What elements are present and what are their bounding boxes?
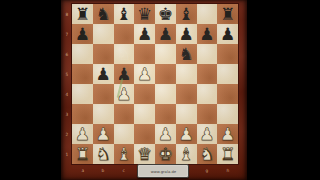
square-f3[interactable] [176, 104, 197, 124]
rank-label-8: 8 [65, 11, 68, 16]
square-d3[interactable] [134, 104, 155, 124]
square-d4[interactable] [134, 84, 155, 104]
file-label-g: g [206, 167, 209, 172]
file-label-a: a [81, 167, 84, 172]
square-a8[interactable]: ♜ [72, 4, 93, 24]
piece-white-pawn: ♟ [197, 124, 218, 144]
piece-black-king: ♚ [155, 4, 176, 24]
square-b3[interactable] [93, 104, 114, 124]
piece-black-knight: ♞ [93, 4, 114, 24]
piece-black-pawn: ♟ [114, 64, 135, 84]
square-h7[interactable]: ♟ [217, 24, 238, 44]
square-e5[interactable] [155, 64, 176, 84]
square-c6[interactable] [114, 44, 135, 64]
piece-black-pawn: ♟ [176, 24, 197, 44]
square-g1[interactable]: ♞ [197, 144, 218, 164]
piece-white-bishop: ♝ [176, 144, 197, 164]
square-e2[interactable]: ♟ [155, 124, 176, 144]
square-g3[interactable] [197, 104, 218, 124]
square-a7[interactable]: ♟ [72, 24, 93, 44]
video-letterbox: 87654321 ♜♞♝♛♚♝♜♟♟♟♟♟♟♞♟♟♟♟♟♟♟♟♟♟♜♞♝♛♚♝♞… [0, 0, 320, 180]
piece-black-bishop: ♝ [114, 4, 135, 24]
square-d8[interactable]: ♛ [134, 4, 155, 24]
square-h8[interactable]: ♜ [217, 4, 238, 24]
piece-black-pawn: ♟ [134, 24, 155, 44]
watermark-text: www.grala.de [150, 169, 175, 173]
piece-white-knight: ♞ [93, 144, 114, 164]
piece-white-queen: ♛ [134, 144, 155, 164]
square-b7[interactable] [93, 24, 114, 44]
square-g4[interactable] [197, 84, 218, 104]
piece-black-bishop: ♝ [176, 4, 197, 24]
square-b2[interactable]: ♟ [93, 124, 114, 144]
piece-white-knight: ♞ [197, 144, 218, 164]
rank-label-5: 5 [65, 71, 68, 76]
piece-white-pawn: ♟ [217, 124, 238, 144]
rank-label-7: 7 [65, 31, 68, 36]
square-c5[interactable]: ♟ [114, 64, 135, 84]
piece-black-pawn: ♟ [93, 64, 114, 84]
square-d5[interactable]: ♟ [134, 64, 155, 84]
piece-black-rook: ♜ [217, 4, 238, 24]
board-frame: 87654321 ♜♞♝♛♚♝♜♟♟♟♟♟♟♞♟♟♟♟♟♟♟♟♟♟♜♞♝♛♚♝♞… [61, 0, 247, 180]
square-f4[interactable] [176, 84, 197, 104]
rank-label-3: 3 [65, 111, 68, 116]
piece-white-pawn: ♟ [114, 84, 135, 104]
square-g6[interactable] [197, 44, 218, 64]
square-b4[interactable] [93, 84, 114, 104]
square-c7[interactable] [114, 24, 135, 44]
piece-white-rook: ♜ [217, 144, 238, 164]
square-c4[interactable]: ♟ [114, 84, 135, 104]
square-a1[interactable]: ♜ [72, 144, 93, 164]
square-e1[interactable]: ♚ [155, 144, 176, 164]
square-d1[interactable]: ♛ [134, 144, 155, 164]
piece-white-pawn: ♟ [134, 64, 155, 84]
square-b8[interactable]: ♞ [93, 4, 114, 24]
piece-black-pawn: ♟ [217, 24, 238, 44]
square-a4[interactable] [72, 84, 93, 104]
rank-coordinates: 87654321 [61, 4, 72, 164]
square-g2[interactable]: ♟ [197, 124, 218, 144]
square-e3[interactable] [155, 104, 176, 124]
square-b6[interactable] [93, 44, 114, 64]
square-e6[interactable] [155, 44, 176, 64]
square-e7[interactable]: ♟ [155, 24, 176, 44]
square-e8[interactable]: ♚ [155, 4, 176, 24]
square-f1[interactable]: ♝ [176, 144, 197, 164]
square-a5[interactable] [72, 64, 93, 84]
square-h2[interactable]: ♟ [217, 124, 238, 144]
square-d7[interactable]: ♟ [134, 24, 155, 44]
piece-white-pawn: ♟ [176, 124, 197, 144]
square-h6[interactable] [217, 44, 238, 64]
piece-black-queen: ♛ [134, 4, 155, 24]
file-label-b: b [102, 167, 105, 172]
piece-black-pawn: ♟ [72, 24, 93, 44]
square-f7[interactable]: ♟ [176, 24, 197, 44]
piece-black-pawn: ♟ [155, 24, 176, 44]
piece-white-king: ♚ [155, 144, 176, 164]
rank-label-2: 2 [65, 131, 68, 136]
square-h5[interactable] [217, 64, 238, 84]
square-h3[interactable] [217, 104, 238, 124]
board: ♜♞♝♛♚♝♜♟♟♟♟♟♟♞♟♟♟♟♟♟♟♟♟♟♜♞♝♛♚♝♞♜♘ [72, 4, 238, 164]
piece-white-rook: ♜ [72, 144, 93, 164]
square-a3[interactable] [72, 104, 93, 124]
square-f5[interactable] [176, 64, 197, 84]
piece-black-pawn: ♟ [197, 24, 218, 44]
piece-white-bishop: ♝ [114, 144, 135, 164]
rank-label-1: 1 [65, 151, 68, 156]
file-label-h: h [226, 167, 229, 172]
square-c2[interactable] [114, 124, 135, 144]
square-f6[interactable]: ♞ [176, 44, 197, 64]
square-g8[interactable] [197, 4, 218, 24]
square-b1[interactable]: ♞ [93, 144, 114, 164]
square-a6[interactable] [72, 44, 93, 64]
piece-white-pawn: ♟ [93, 124, 114, 144]
square-d2[interactable] [134, 124, 155, 144]
piece-white-pawn: ♟ [155, 124, 176, 144]
square-h1[interactable]: ♜ [217, 144, 238, 164]
square-g5[interactable] [197, 64, 218, 84]
square-c1[interactable]: ♝ [114, 144, 135, 164]
watermark-plaque: www.grala.de [137, 164, 189, 178]
piece-white-pawn: ♟ [72, 124, 93, 144]
piece-black-rook: ♜ [72, 4, 93, 24]
square-a2[interactable]: ♟ [72, 124, 93, 144]
square-c3[interactable] [114, 104, 135, 124]
square-b5[interactable]: ♟ [93, 64, 114, 84]
square-c8[interactable]: ♝ [114, 4, 135, 24]
piece-black-knight: ♞ [176, 44, 197, 64]
square-f2[interactable]: ♟ [176, 124, 197, 144]
square-d6[interactable] [134, 44, 155, 64]
square-f8[interactable]: ♝ [176, 4, 197, 24]
square-g7[interactable]: ♟ [197, 24, 218, 44]
rank-label-6: 6 [65, 51, 68, 56]
file-label-c: c [123, 167, 125, 172]
square-e4[interactable] [155, 84, 176, 104]
rank-label-4: 4 [65, 91, 68, 96]
square-h4[interactable] [217, 84, 238, 104]
